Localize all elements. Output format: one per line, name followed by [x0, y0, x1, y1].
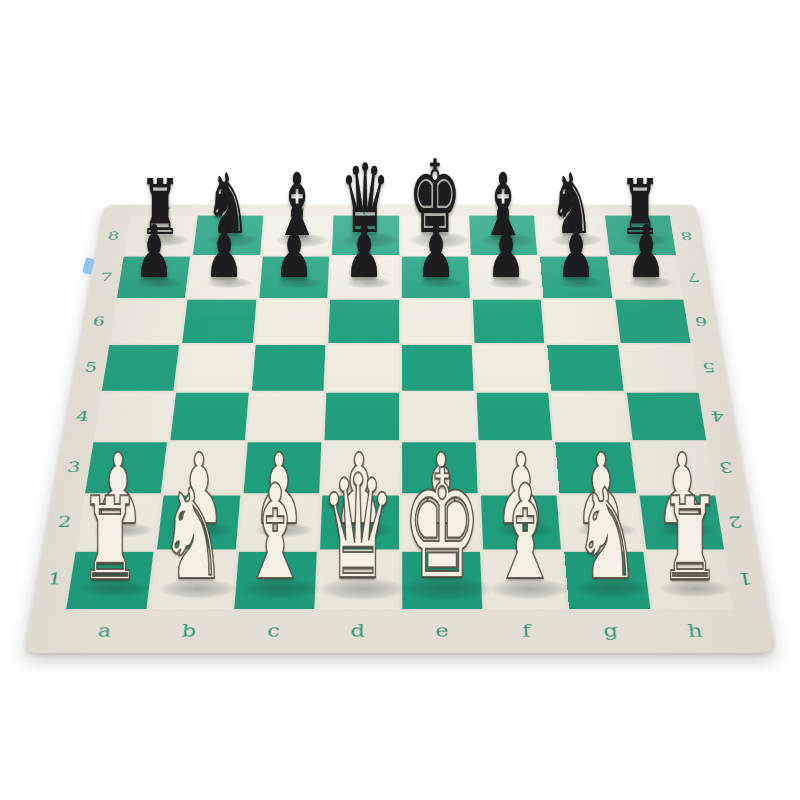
square-c7 [259, 256, 329, 297]
file-label-top: a [159, 205, 171, 216]
square-c5 [252, 345, 326, 391]
square-h2 [639, 496, 724, 550]
square-g8 [537, 216, 607, 255]
square-c4 [248, 392, 324, 440]
square-g2 [560, 496, 643, 550]
square-g5 [548, 345, 624, 391]
file-label-top: f [497, 205, 504, 216]
square-f2 [481, 496, 561, 550]
square-e6 [401, 299, 471, 342]
square-g1 [565, 552, 650, 609]
chess-mat: 8877665544332211aabbccddeeffgghh [25, 205, 775, 653]
square-d1 [318, 552, 399, 609]
square-h4 [626, 392, 706, 440]
rank-label-right: 1 [737, 571, 754, 587]
rank-label-left: 4 [75, 409, 90, 423]
square-a7 [117, 256, 190, 297]
square-b1 [150, 552, 235, 609]
square-f4 [476, 392, 552, 440]
square-c2 [239, 496, 319, 550]
file-label-bottom: h [687, 622, 704, 639]
square-d6 [328, 299, 398, 342]
square-b8 [193, 216, 263, 255]
square-e3 [402, 443, 478, 494]
square-e2 [402, 496, 480, 550]
square-g4 [551, 392, 629, 440]
square-b5 [177, 345, 253, 391]
square-d8 [332, 216, 399, 255]
square-e5 [401, 345, 473, 391]
square-d5 [327, 345, 399, 391]
file-label-top: d [361, 205, 373, 216]
rank-label-right: 5 [702, 361, 717, 374]
file-label-top: c [294, 205, 305, 216]
square-a5 [102, 345, 180, 391]
square-h7 [610, 256, 683, 297]
square-b3 [164, 443, 244, 494]
board-perspective-wrapper: 8877665544332211aabbccddeeffgghh [25, 205, 775, 653]
square-h6 [615, 299, 690, 342]
square-c6 [256, 299, 328, 342]
file-label-bottom: e [435, 622, 449, 639]
square-d7 [330, 256, 398, 297]
rank-label-left: 2 [56, 514, 72, 529]
square-a6 [110, 299, 185, 342]
square-f3 [479, 443, 557, 494]
square-a2 [76, 496, 161, 550]
file-label-top: g [562, 205, 575, 216]
square-h5 [621, 345, 699, 391]
chess-set-photo: 8877665544332211aabbccddeeffgghh ♜♞♝♛♚♝♞… [0, 0, 800, 800]
file-label-bottom: a [97, 622, 113, 639]
square-b6 [183, 299, 257, 342]
square-e8 [401, 216, 468, 255]
rank-label-left: 1 [46, 571, 63, 587]
rank-label-left: 7 [99, 272, 113, 284]
square-c3 [243, 443, 321, 494]
square-c8 [263, 216, 331, 255]
square-f7 [471, 256, 541, 297]
file-label-top: e [428, 205, 439, 216]
rank-label-right: 4 [710, 409, 725, 423]
square-g6 [544, 299, 618, 342]
square-a3 [85, 443, 167, 494]
rank-label-right: 3 [718, 460, 734, 474]
square-b2 [157, 496, 240, 550]
square-e7 [401, 256, 469, 297]
file-label-bottom: c [267, 622, 281, 639]
rank-label-right: 2 [727, 514, 743, 529]
square-b7 [188, 256, 260, 297]
file-label-bottom: f [522, 622, 531, 639]
file-label-bottom: g [603, 622, 619, 639]
square-g7 [540, 256, 612, 297]
square-a4 [94, 392, 174, 440]
file-label-bottom: b [181, 622, 197, 639]
rank-label-right: 6 [694, 315, 708, 327]
square-d3 [322, 443, 398, 494]
square-e4 [401, 392, 475, 440]
square-f6 [473, 299, 545, 342]
rank-label-left: 5 [84, 361, 99, 374]
square-c1 [234, 552, 317, 609]
rank-label-right: 7 [687, 272, 701, 284]
board-grid [66, 216, 733, 609]
square-h3 [633, 443, 715, 494]
square-h8 [605, 216, 676, 255]
file-label-bottom: d [350, 622, 365, 639]
square-d4 [325, 392, 399, 440]
rank-label-left: 6 [92, 315, 106, 327]
rank-label-left: 3 [66, 460, 82, 474]
square-d2 [320, 496, 398, 550]
square-f8 [469, 216, 537, 255]
rank-label-left: 8 [107, 230, 120, 241]
square-a8 [124, 216, 195, 255]
square-g3 [556, 443, 636, 494]
file-label-top: b [226, 205, 239, 216]
square-f1 [483, 552, 566, 609]
square-b4 [171, 392, 249, 440]
square-f5 [474, 345, 548, 391]
square-e1 [402, 552, 483, 609]
file-label-top: h [629, 205, 642, 216]
rank-label-right: 8 [680, 230, 693, 241]
square-a1 [66, 552, 154, 609]
square-h1 [646, 552, 734, 609]
